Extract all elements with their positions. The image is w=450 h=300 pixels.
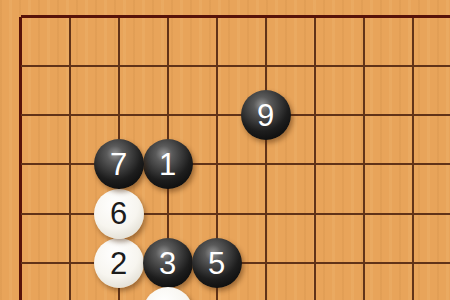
stone-black-7: 7 xyxy=(94,139,144,189)
stone-number: 3 xyxy=(159,248,176,279)
stone-number: 6 xyxy=(110,198,127,229)
grid-line-horizontal xyxy=(21,163,450,165)
grid-line-vertical xyxy=(265,17,267,300)
stone-white-4: 4 xyxy=(143,287,193,300)
stone-number: 9 xyxy=(257,100,274,131)
board-edge-line-top xyxy=(21,15,450,18)
grid-line-horizontal xyxy=(21,65,450,67)
stone-number: 7 xyxy=(110,149,127,180)
grid-line-horizontal xyxy=(21,114,450,116)
grid-line-vertical xyxy=(363,17,365,300)
stone-black-3: 3 xyxy=(143,238,193,288)
stone-white-6: 6 xyxy=(94,189,144,239)
grid-line-vertical xyxy=(69,17,71,300)
go-board[interactable]: 12345679 xyxy=(0,0,450,300)
stone-black-1: 1 xyxy=(143,139,193,189)
stone-number: 5 xyxy=(208,248,225,279)
stone-white-2: 2 xyxy=(94,238,144,288)
grid-line-horizontal xyxy=(21,213,450,215)
stone-black-5: 5 xyxy=(192,238,242,288)
stone-number: 2 xyxy=(110,248,127,279)
grid-line-vertical xyxy=(314,17,316,300)
grid-line-vertical xyxy=(412,17,414,300)
board-edge-line-left xyxy=(19,17,22,300)
stone-number: 1 xyxy=(159,149,176,180)
stone-black-9: 9 xyxy=(241,90,291,140)
